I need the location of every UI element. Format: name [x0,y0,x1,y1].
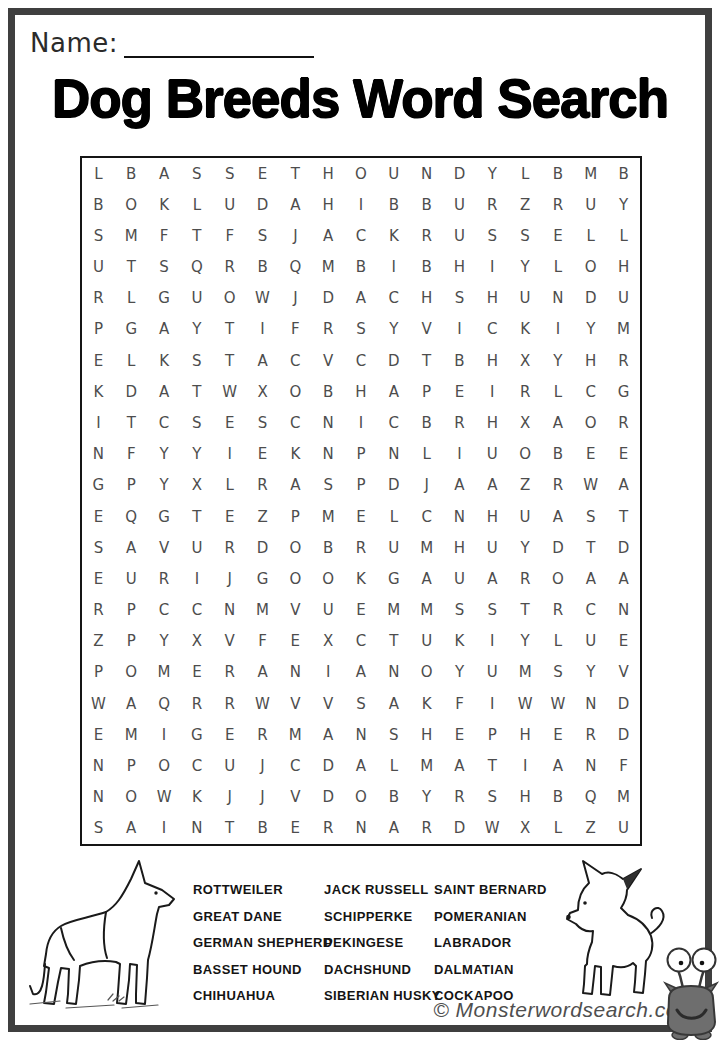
grid-cell-r22c10[interactable]: A [377,813,410,844]
grid-cell-r11c4[interactable]: X [180,470,213,501]
name-input-line[interactable] [124,32,314,58]
grid-cell-r13c14[interactable]: Y [509,532,542,563]
grid-cell-r7c1[interactable]: E [82,345,115,376]
grid-cell-r22c7[interactable]: E [279,813,312,844]
grid-cell-r6c16[interactable]: Y [574,314,607,345]
grid-cell-r11c16[interactable]: W [574,470,607,501]
grid-cell-r8c14[interactable]: R [509,376,542,407]
grid-cell-r22c3[interactable]: I [148,813,181,844]
grid-cell-r8c9[interactable]: H [345,376,378,407]
grid-cell-r11c5[interactable]: L [213,470,246,501]
grid-cell-r15c9[interactable]: E [345,595,378,626]
grid-cell-r13c9[interactable]: R [345,532,378,563]
grid-cell-r15c4[interactable]: C [180,595,213,626]
grid-cell-r17c2[interactable]: O [115,657,148,688]
grid-cell-r15c7[interactable]: V [279,595,312,626]
grid-cell-r18c13[interactable]: I [476,688,509,719]
grid-cell-r3c6[interactable]: S [246,220,279,251]
grid-cell-r5c9[interactable]: A [345,283,378,314]
grid-cell-r20c6[interactable]: J [246,750,279,781]
grid-cell-r11c10[interactable]: D [377,470,410,501]
grid-cell-r1c17[interactable]: B [607,158,640,189]
grid-cell-r9c1[interactable]: I [82,407,115,438]
grid-cell-r5c16[interactable]: D [574,283,607,314]
grid-cell-r3c5[interactable]: F [213,220,246,251]
grid-cell-r2c17[interactable]: Y [607,189,640,220]
grid-cell-r3c4[interactable]: T [180,220,213,251]
grid-cell-r5c14[interactable]: U [509,283,542,314]
grid-cell-r20c3[interactable]: O [148,750,181,781]
grid-cell-r21c8[interactable]: D [312,782,345,813]
grid-cell-r13c5[interactable]: R [213,532,246,563]
grid-cell-r1c8[interactable]: H [312,158,345,189]
grid-cell-r18c14[interactable]: W [509,688,542,719]
grid-cell-r9c12[interactable]: R [443,407,476,438]
grid-cell-r5c10[interactable]: C [377,283,410,314]
grid-cell-r19c3[interactable]: I [148,719,181,750]
grid-cell-r20c4[interactable]: C [180,750,213,781]
grid-cell-r11c1[interactable]: G [82,470,115,501]
grid-cell-r16c3[interactable]: Y [148,626,181,657]
grid-cell-r16c10[interactable]: T [377,626,410,657]
grid-cell-r1c16[interactable]: M [574,158,607,189]
grid-cell-r20c1[interactable]: N [82,750,115,781]
grid-cell-r1c5[interactable]: S [213,158,246,189]
grid-cell-r18c11[interactable]: K [410,688,443,719]
grid-cell-r2c9[interactable]: I [345,189,378,220]
grid-cell-r6c3[interactable]: A [148,314,181,345]
grid-cell-r7c14[interactable]: X [509,345,542,376]
grid-cell-r7c11[interactable]: T [410,345,443,376]
grid-cell-r21c12[interactable]: R [443,782,476,813]
grid-cell-r5c5[interactable]: O [213,283,246,314]
grid-cell-r12c4[interactable]: T [180,501,213,532]
grid-cell-r2c13[interactable]: R [476,189,509,220]
grid-cell-r6c9[interactable]: S [345,314,378,345]
grid-cell-r21c5[interactable]: J [213,782,246,813]
grid-cell-r6c15[interactable]: I [542,314,575,345]
grid-cell-r4c9[interactable]: B [345,252,378,283]
grid-cell-r15c16[interactable]: C [574,595,607,626]
grid-cell-r19c4[interactable]: G [180,719,213,750]
grid-cell-r13c1[interactable]: S [82,532,115,563]
grid-cell-r16c8[interactable]: X [312,626,345,657]
grid-cell-r10c2[interactable]: F [115,439,148,470]
grid-cell-r16c1[interactable]: Z [82,626,115,657]
grid-cell-r10c11[interactable]: L [410,439,443,470]
grid-cell-r13c15[interactable]: D [542,532,575,563]
grid-cell-r17c10[interactable]: N [377,657,410,688]
grid-cell-r10c3[interactable]: Y [148,439,181,470]
grid-cell-r22c13[interactable]: W [476,813,509,844]
grid-cell-r11c3[interactable]: Y [148,470,181,501]
grid-cell-r12c1[interactable]: E [82,501,115,532]
grid-cell-r12c3[interactable]: G [148,501,181,532]
grid-cell-r17c15[interactable]: S [542,657,575,688]
grid-cell-r3c7[interactable]: J [279,220,312,251]
grid-cell-r20c8[interactable]: D [312,750,345,781]
grid-cell-r16c15[interactable]: L [542,626,575,657]
grid-cell-r13c7[interactable]: O [279,532,312,563]
grid-cell-r11c8[interactable]: S [312,470,345,501]
grid-cell-r19c7[interactable]: M [279,719,312,750]
grid-cell-r12c12[interactable]: N [443,501,476,532]
grid-cell-r20c11[interactable]: M [410,750,443,781]
grid-cell-r8c15[interactable]: L [542,376,575,407]
grid-cell-r14c15[interactable]: O [542,563,575,594]
grid-cell-r11c9[interactable]: P [345,470,378,501]
grid-cell-r22c5[interactable]: T [213,813,246,844]
grid-cell-r19c13[interactable]: P [476,719,509,750]
grid-cell-r16c6[interactable]: F [246,626,279,657]
grid-cell-r13c13[interactable]: U [476,532,509,563]
grid-cell-r1c9[interactable]: O [345,158,378,189]
grid-cell-r4c15[interactable]: L [542,252,575,283]
grid-cell-r6c14[interactable]: K [509,314,542,345]
grid-cell-r15c11[interactable]: M [410,595,443,626]
grid-cell-r14c1[interactable]: E [82,563,115,594]
grid-cell-r2c6[interactable]: D [246,189,279,220]
grid-cell-r15c1[interactable]: R [82,595,115,626]
grid-cell-r7c7[interactable]: C [279,345,312,376]
grid-cell-r22c4[interactable]: N [180,813,213,844]
grid-cell-r1c10[interactable]: U [377,158,410,189]
grid-cell-r20c10[interactable]: L [377,750,410,781]
grid-cell-r6c4[interactable]: Y [180,314,213,345]
grid-cell-r22c2[interactable]: A [115,813,148,844]
grid-cell-r6c5[interactable]: T [213,314,246,345]
grid-cell-r4c6[interactable]: B [246,252,279,283]
grid-cell-r15c14[interactable]: T [509,595,542,626]
grid-cell-r10c12[interactable]: I [443,439,476,470]
grid-cell-r1c7[interactable]: T [279,158,312,189]
grid-cell-r5c2[interactable]: L [115,283,148,314]
grid-cell-r11c15[interactable]: R [542,470,575,501]
grid-cell-r19c1[interactable]: E [82,719,115,750]
grid-cell-r3c11[interactable]: R [410,220,443,251]
grid-cell-r14c16[interactable]: A [574,563,607,594]
grid-cell-r12c16[interactable]: S [574,501,607,532]
grid-cell-r21c13[interactable]: S [476,782,509,813]
grid-cell-r8c8[interactable]: B [312,376,345,407]
grid-cell-r11c11[interactable]: J [410,470,443,501]
grid-cell-r13c3[interactable]: V [148,532,181,563]
grid-cell-r10c9[interactable]: P [345,439,378,470]
grid-cell-r22c11[interactable]: R [410,813,443,844]
grid-cell-r3c16[interactable]: L [574,220,607,251]
grid-cell-r18c15[interactable]: W [542,688,575,719]
grid-cell-r3c3[interactable]: F [148,220,181,251]
grid-cell-r8c16[interactable]: C [574,376,607,407]
grid-cell-r14c7[interactable]: O [279,563,312,594]
grid-cell-r9c10[interactable]: C [377,407,410,438]
grid-cell-r19c15[interactable]: E [542,719,575,750]
grid-cell-r1c6[interactable]: E [246,158,279,189]
grid-cell-r7c10[interactable]: D [377,345,410,376]
grid-cell-r15c10[interactable]: M [377,595,410,626]
grid-cell-r15c13[interactable]: S [476,595,509,626]
grid-cell-r16c7[interactable]: E [279,626,312,657]
grid-cell-r14c10[interactable]: G [377,563,410,594]
grid-cell-r18c4[interactable]: R [180,688,213,719]
grid-cell-r21c14[interactable]: H [509,782,542,813]
grid-cell-r9c15[interactable]: A [542,407,575,438]
grid-cell-r19c6[interactable]: R [246,719,279,750]
grid-cell-r21c10[interactable]: B [377,782,410,813]
grid-cell-r1c2[interactable]: B [115,158,148,189]
grid-cell-r21c2[interactable]: O [115,782,148,813]
grid-cell-r20c14[interactable]: I [509,750,542,781]
grid-cell-r20c2[interactable]: P [115,750,148,781]
grid-cell-r4c17[interactable]: H [607,252,640,283]
grid-cell-r15c17[interactable]: N [607,595,640,626]
grid-cell-r11c13[interactable]: A [476,470,509,501]
grid-cell-r13c4[interactable]: U [180,532,213,563]
grid-cell-r16c11[interactable]: U [410,626,443,657]
grid-cell-r20c7[interactable]: C [279,750,312,781]
grid-cell-r14c11[interactable]: A [410,563,443,594]
grid-cell-r22c1[interactable]: S [82,813,115,844]
grid-cell-r12c5[interactable]: E [213,501,246,532]
grid-cell-r1c3[interactable]: A [148,158,181,189]
grid-cell-r8c5[interactable]: W [213,376,246,407]
grid-cell-r6c6[interactable]: I [246,314,279,345]
grid-cell-r17c13[interactable]: U [476,657,509,688]
grid-cell-r17c6[interactable]: A [246,657,279,688]
grid-cell-r13c10[interactable]: U [377,532,410,563]
grid-cell-r4c10[interactable]: I [377,252,410,283]
grid-cell-r17c11[interactable]: O [410,657,443,688]
grid-cell-r16c14[interactable]: Y [509,626,542,657]
grid-cell-r3c15[interactable]: E [542,220,575,251]
grid-cell-r4c8[interactable]: M [312,252,345,283]
grid-cell-r18c16[interactable]: N [574,688,607,719]
grid-cell-r14c5[interactable]: J [213,563,246,594]
grid-cell-r4c16[interactable]: O [574,252,607,283]
grid-cell-r15c5[interactable]: N [213,595,246,626]
grid-cell-r16c9[interactable]: C [345,626,378,657]
grid-cell-r4c2[interactable]: T [115,252,148,283]
grid-cell-r7c13[interactable]: H [476,345,509,376]
grid-cell-r5c13[interactable]: H [476,283,509,314]
grid-cell-r12c11[interactable]: C [410,501,443,532]
grid-cell-r1c1[interactable]: L [82,158,115,189]
grid-cell-r6c17[interactable]: M [607,314,640,345]
grid-cell-r8c2[interactable]: D [115,376,148,407]
grid-cell-r22c9[interactable]: N [345,813,378,844]
grid-cell-r2c4[interactable]: L [180,189,213,220]
grid-cell-r19c10[interactable]: S [377,719,410,750]
grid-cell-r16c5[interactable]: V [213,626,246,657]
grid-cell-r12c8[interactable]: M [312,501,345,532]
grid-cell-r21c15[interactable]: B [542,782,575,813]
grid-cell-r8c11[interactable]: P [410,376,443,407]
grid-cell-r16c2[interactable]: P [115,626,148,657]
grid-cell-r18c12[interactable]: F [443,688,476,719]
grid-cell-r11c12[interactable]: A [443,470,476,501]
grid-cell-r8c13[interactable]: I [476,376,509,407]
grid-cell-r10c15[interactable]: B [542,439,575,470]
grid-cell-r18c17[interactable]: D [607,688,640,719]
grid-cell-r2c7[interactable]: A [279,189,312,220]
grid-cell-r20c15[interactable]: A [542,750,575,781]
grid-cell-r7c4[interactable]: S [180,345,213,376]
grid-cell-r8c7[interactable]: O [279,376,312,407]
grid-cell-r7c12[interactable]: B [443,345,476,376]
grid-cell-r17c12[interactable]: Y [443,657,476,688]
grid-cell-r17c4[interactable]: E [180,657,213,688]
grid-cell-r19c17[interactable]: D [607,719,640,750]
grid-cell-r16c4[interactable]: X [180,626,213,657]
grid-cell-r2c5[interactable]: U [213,189,246,220]
grid-cell-r2c12[interactable]: U [443,189,476,220]
grid-cell-r14c14[interactable]: R [509,563,542,594]
grid-cell-r8c3[interactable]: A [148,376,181,407]
grid-cell-r12c6[interactable]: Z [246,501,279,532]
grid-cell-r6c11[interactable]: V [410,314,443,345]
grid-cell-r9c7[interactable]: C [279,407,312,438]
grid-cell-r13c16[interactable]: T [574,532,607,563]
grid-cell-r6c7[interactable]: F [279,314,312,345]
grid-cell-r22c12[interactable]: D [443,813,476,844]
grid-cell-r17c9[interactable]: A [345,657,378,688]
grid-cell-r4c13[interactable]: I [476,252,509,283]
grid-cell-r3c2[interactable]: M [115,220,148,251]
grid-cell-r17c7[interactable]: N [279,657,312,688]
grid-cell-r1c4[interactable]: S [180,158,213,189]
grid-cell-r8c12[interactable]: E [443,376,476,407]
grid-cell-r16c12[interactable]: K [443,626,476,657]
grid-cell-r12c13[interactable]: H [476,501,509,532]
grid-cell-r6c1[interactable]: P [82,314,115,345]
grid-cell-r21c3[interactable]: W [148,782,181,813]
grid-cell-r19c5[interactable]: E [213,719,246,750]
grid-cell-r12c15[interactable]: A [542,501,575,532]
grid-cell-r21c7[interactable]: V [279,782,312,813]
grid-cell-r2c3[interactable]: K [148,189,181,220]
grid-cell-r14c2[interactable]: U [115,563,148,594]
grid-cell-r10c16[interactable]: E [574,439,607,470]
grid-cell-r3c1[interactable]: S [82,220,115,251]
grid-cell-r17c5[interactable]: R [213,657,246,688]
grid-cell-r22c17[interactable]: U [607,813,640,844]
grid-cell-r2c16[interactable]: U [574,189,607,220]
grid-cell-r12c7[interactable]: P [279,501,312,532]
grid-cell-r17c17[interactable]: V [607,657,640,688]
grid-cell-r10c13[interactable]: U [476,439,509,470]
grid-cell-r6c8[interactable]: R [312,314,345,345]
grid-cell-r11c6[interactable]: R [246,470,279,501]
grid-cell-r19c9[interactable]: N [345,719,378,750]
grid-cell-r15c6[interactable]: M [246,595,279,626]
grid-cell-r6c10[interactable]: Y [377,314,410,345]
grid-cell-r13c8[interactable]: B [312,532,345,563]
grid-cell-r5c17[interactable]: U [607,283,640,314]
grid-cell-r3c8[interactable]: A [312,220,345,251]
grid-cell-r20c13[interactable]: T [476,750,509,781]
grid-cell-r21c6[interactable]: J [246,782,279,813]
grid-cell-r20c5[interactable]: U [213,750,246,781]
grid-cell-r4c3[interactable]: S [148,252,181,283]
grid-cell-r19c8[interactable]: A [312,719,345,750]
grid-cell-r20c9[interactable]: A [345,750,378,781]
grid-cell-r16c16[interactable]: U [574,626,607,657]
grid-cell-r4c4[interactable]: Q [180,252,213,283]
grid-cell-r14c4[interactable]: I [180,563,213,594]
grid-cell-r5c8[interactable]: D [312,283,345,314]
grid-cell-r8c17[interactable]: G [607,376,640,407]
grid-cell-r9c11[interactable]: B [410,407,443,438]
grid-cell-r19c2[interactable]: M [115,719,148,750]
grid-cell-r9c6[interactable]: S [246,407,279,438]
grid-cell-r20c16[interactable]: N [574,750,607,781]
grid-cell-r18c3[interactable]: Q [148,688,181,719]
grid-cell-r3c14[interactable]: S [509,220,542,251]
grid-cell-r4c11[interactable]: B [410,252,443,283]
grid-cell-r17c3[interactable]: M [148,657,181,688]
grid-cell-r2c10[interactable]: B [377,189,410,220]
grid-cell-r18c7[interactable]: V [279,688,312,719]
grid-cell-r14c6[interactable]: G [246,563,279,594]
grid-cell-r17c14[interactable]: M [509,657,542,688]
grid-cell-r13c17[interactable]: D [607,532,640,563]
grid-cell-r3c13[interactable]: S [476,220,509,251]
grid-cell-r7c5[interactable]: T [213,345,246,376]
grid-cell-r9c3[interactable]: C [148,407,181,438]
grid-cell-r10c10[interactable]: N [377,439,410,470]
grid-cell-r9c9[interactable]: I [345,407,378,438]
grid-cell-r9c8[interactable]: N [312,407,345,438]
grid-cell-r7c6[interactable]: A [246,345,279,376]
grid-cell-r5c4[interactable]: U [180,283,213,314]
grid-cell-r4c5[interactable]: R [213,252,246,283]
grid-cell-r13c6[interactable]: D [246,532,279,563]
grid-cell-r21c16[interactable]: Q [574,782,607,813]
grid-cell-r7c17[interactable]: R [607,345,640,376]
grid-cell-r14c17[interactable]: A [607,563,640,594]
grid-cell-r17c8[interactable]: I [312,657,345,688]
grid-cell-r1c13[interactable]: Y [476,158,509,189]
grid-cell-r18c8[interactable]: V [312,688,345,719]
grid-cell-r22c6[interactable]: B [246,813,279,844]
grid-cell-r22c15[interactable]: L [542,813,575,844]
grid-cell-r9c2[interactable]: T [115,407,148,438]
grid-cell-r4c12[interactable]: H [443,252,476,283]
grid-cell-r22c16[interactable]: Z [574,813,607,844]
grid-cell-r8c4[interactable]: T [180,376,213,407]
grid-cell-r22c14[interactable]: X [509,813,542,844]
grid-cell-r11c2[interactable]: P [115,470,148,501]
grid-cell-r16c17[interactable]: E [607,626,640,657]
grid-cell-r18c6[interactable]: W [246,688,279,719]
grid-cell-r1c15[interactable]: B [542,158,575,189]
grid-cell-r21c11[interactable]: Y [410,782,443,813]
grid-cell-r7c8[interactable]: V [312,345,345,376]
grid-cell-r8c10[interactable]: A [377,376,410,407]
grid-cell-r19c12[interactable]: E [443,719,476,750]
grid-cell-r14c9[interactable]: K [345,563,378,594]
grid-cell-r15c2[interactable]: P [115,595,148,626]
grid-cell-r5c11[interactable]: H [410,283,443,314]
grid-cell-r2c2[interactable]: O [115,189,148,220]
grid-cell-r3c10[interactable]: K [377,220,410,251]
grid-cell-r11c17[interactable]: A [607,470,640,501]
grid-cell-r10c7[interactable]: K [279,439,312,470]
grid-cell-r2c15[interactable]: R [542,189,575,220]
grid-cell-r5c15[interactable]: N [542,283,575,314]
grid-cell-r14c12[interactable]: U [443,563,476,594]
grid-cell-r7c16[interactable]: H [574,345,607,376]
